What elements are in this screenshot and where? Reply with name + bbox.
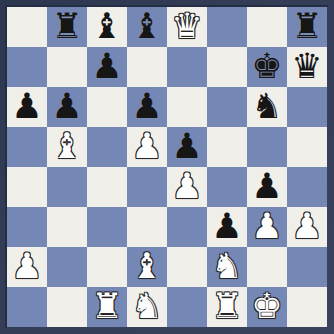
piece-black-rook-h8[interactable]: ♜ [291,7,322,46]
piece-white-rook-f1[interactable]: ♜ [211,287,242,326]
piece-black-queen-h7[interactable]: ♛ [291,47,322,86]
piece-white-pawn-g3[interactable]: ♟ [251,207,282,246]
piece-white-bishop-b5[interactable]: ♝ [51,127,82,166]
piece-white-queen-e8[interactable]: ♛ [171,7,202,46]
square-e5[interactable]: ♟ [167,127,207,167]
square-h2[interactable] [287,247,327,287]
square-g4[interactable]: ♟ [247,167,287,207]
square-h5[interactable] [287,127,327,167]
square-g3[interactable]: ♟ [247,207,287,247]
square-c5[interactable] [87,127,127,167]
piece-black-pawn-f3[interactable]: ♟ [211,207,242,246]
square-c3[interactable] [87,207,127,247]
piece-white-bishop-d2[interactable]: ♝ [131,247,162,286]
piece-black-rook-b8[interactable]: ♜ [51,7,82,46]
square-b4[interactable] [47,167,87,207]
square-e7[interactable] [167,47,207,87]
square-c6[interactable] [87,87,127,127]
square-c7[interactable]: ♟ [87,47,127,87]
piece-white-knight-f2[interactable]: ♞ [211,247,242,286]
square-e8[interactable]: ♛ [167,7,207,47]
square-a5[interactable] [7,127,47,167]
piece-white-rook-c1[interactable]: ♜ [91,287,122,326]
piece-black-knight-g6[interactable]: ♞ [251,87,282,126]
square-h7[interactable]: ♛ [287,47,327,87]
square-c2[interactable] [87,247,127,287]
square-a7[interactable] [7,47,47,87]
square-e2[interactable] [167,247,207,287]
square-a6[interactable]: ♟ [7,87,47,127]
square-a3[interactable] [7,207,47,247]
square-b2[interactable] [47,247,87,287]
square-b5[interactable]: ♝ [47,127,87,167]
piece-white-king-g1[interactable]: ♚ [251,287,282,326]
square-c8[interactable]: ♝ [87,7,127,47]
square-g5[interactable] [247,127,287,167]
square-h1[interactable] [287,287,327,327]
square-f4[interactable] [207,167,247,207]
piece-black-pawn-d6[interactable]: ♟ [131,87,162,126]
chess-board-frame: ♜♝♝♛♜♟♚♛♟♟♟♞♝♟♟♟♟♟♟♟♟♝♞♜♞♜♚ [0,0,334,334]
square-f3[interactable]: ♟ [207,207,247,247]
square-g6[interactable]: ♞ [247,87,287,127]
square-d4[interactable] [127,167,167,207]
piece-black-pawn-a6[interactable]: ♟ [11,87,42,126]
piece-white-knight-d1[interactable]: ♞ [131,287,162,326]
square-h6[interactable] [287,87,327,127]
piece-black-bishop-d8[interactable]: ♝ [131,7,162,46]
square-c4[interactable] [87,167,127,207]
square-b6[interactable]: ♟ [47,87,87,127]
square-e3[interactable] [167,207,207,247]
piece-white-pawn-e4[interactable]: ♟ [171,167,202,206]
piece-black-king-g7[interactable]: ♚ [251,47,282,86]
square-d3[interactable] [127,207,167,247]
square-d7[interactable] [127,47,167,87]
square-g2[interactable] [247,247,287,287]
piece-black-pawn-e5[interactable]: ♟ [171,127,202,166]
piece-white-pawn-h3[interactable]: ♟ [291,207,322,246]
square-f8[interactable] [207,7,247,47]
square-e1[interactable] [167,287,207,327]
piece-white-pawn-a2[interactable]: ♟ [11,247,42,286]
square-h8[interactable]: ♜ [287,7,327,47]
piece-black-pawn-b6[interactable]: ♟ [51,87,82,126]
piece-white-pawn-d5[interactable]: ♟ [131,127,162,166]
square-h3[interactable]: ♟ [287,207,327,247]
square-b3[interactable] [47,207,87,247]
square-e6[interactable] [167,87,207,127]
square-g7[interactable]: ♚ [247,47,287,87]
square-h4[interactable] [287,167,327,207]
square-d5[interactable]: ♟ [127,127,167,167]
square-d2[interactable]: ♝ [127,247,167,287]
square-d6[interactable]: ♟ [127,87,167,127]
square-b7[interactable] [47,47,87,87]
square-f6[interactable] [207,87,247,127]
square-g8[interactable] [247,7,287,47]
square-g1[interactable]: ♚ [247,287,287,327]
square-b1[interactable] [47,287,87,327]
square-f1[interactable]: ♜ [207,287,247,327]
square-d8[interactable]: ♝ [127,7,167,47]
piece-black-pawn-c7[interactable]: ♟ [91,47,122,86]
chess-board: ♜♝♝♛♜♟♚♛♟♟♟♞♝♟♟♟♟♟♟♟♟♝♞♜♞♜♚ [7,7,327,327]
square-a2[interactable]: ♟ [7,247,47,287]
piece-black-bishop-c8[interactable]: ♝ [91,7,122,46]
square-a1[interactable] [7,287,47,327]
square-e4[interactable]: ♟ [167,167,207,207]
square-a8[interactable] [7,7,47,47]
square-f7[interactable] [207,47,247,87]
square-b8[interactable]: ♜ [47,7,87,47]
square-f2[interactable]: ♞ [207,247,247,287]
square-f5[interactable] [207,127,247,167]
square-d1[interactable]: ♞ [127,287,167,327]
piece-black-pawn-g4[interactable]: ♟ [251,167,282,206]
square-c1[interactable]: ♜ [87,287,127,327]
square-a4[interactable] [7,167,47,207]
